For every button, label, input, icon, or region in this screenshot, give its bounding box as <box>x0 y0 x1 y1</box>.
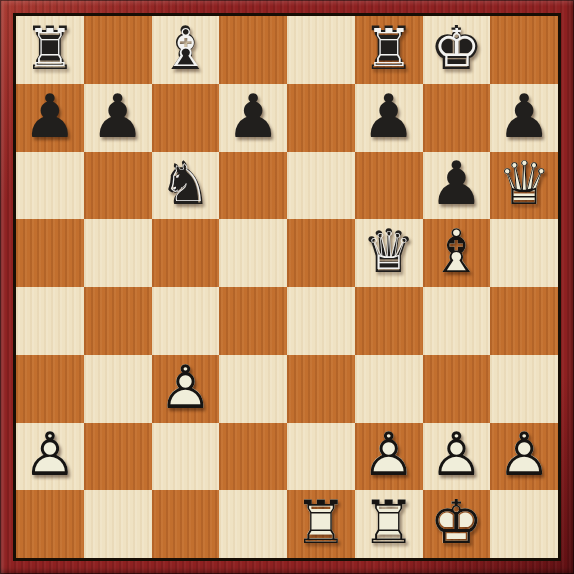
square-f5[interactable]: ♛♕ <box>355 219 423 287</box>
black-pawn-fill: ♟ <box>490 86 558 146</box>
square-h1[interactable] <box>490 490 558 558</box>
square-e4[interactable] <box>287 287 355 355</box>
square-a3[interactable] <box>16 355 84 423</box>
square-f6[interactable] <box>355 152 423 220</box>
square-f3[interactable] <box>355 355 423 423</box>
white-pawn-icon[interactable]: ♟♙ <box>423 423 491 491</box>
white-rook-outline: ♖ <box>287 492 355 552</box>
square-h4[interactable] <box>490 287 558 355</box>
black-bishop-icon[interactable]: ♝♗ <box>152 16 220 84</box>
square-a7[interactable]: ♟ <box>16 84 84 152</box>
white-queen-icon[interactable]: ♛♕ <box>490 152 558 220</box>
black-knight-icon[interactable]: ♞♘ <box>152 152 220 220</box>
chess-board: ♜♖♝♗♜♖♚♔♟♟♟♟♟♞♘♟♛♕♛♕♝♗♟♙♟♙♟♙♟♙♟♙♜♖♜♖♚♔ <box>13 13 561 561</box>
square-b7[interactable]: ♟ <box>84 84 152 152</box>
white-pawn-outline: ♙ <box>152 357 220 417</box>
black-pawn-fill: ♟ <box>84 86 152 146</box>
white-pawn-fill: ♟ <box>490 425 558 485</box>
square-a2[interactable]: ♟♙ <box>16 423 84 491</box>
black-queen-outline: ♕ <box>359 225 418 277</box>
square-d3[interactable] <box>219 355 287 423</box>
square-b6[interactable] <box>84 152 152 220</box>
white-queen-outline: ♕ <box>490 154 558 214</box>
white-pawn-icon[interactable]: ♟♙ <box>16 423 84 491</box>
white-pawn-fill: ♟ <box>152 357 220 417</box>
black-pawn-fill: ♟ <box>423 154 491 214</box>
black-rook-outline: ♖ <box>359 22 418 74</box>
square-h6[interactable]: ♛♕ <box>490 152 558 220</box>
black-pawn-icon[interactable]: ♟ <box>490 84 558 152</box>
square-g2[interactable]: ♟♙ <box>423 423 491 491</box>
square-e6[interactable] <box>287 152 355 220</box>
black-pawn-fill: ♟ <box>355 86 423 146</box>
black-bishop-fill: ♝ <box>152 18 220 78</box>
square-h8[interactable] <box>490 16 558 84</box>
square-h3[interactable] <box>490 355 558 423</box>
square-c4[interactable] <box>152 287 220 355</box>
white-pawn-fill: ♟ <box>355 425 423 485</box>
white-bishop-fill: ♝ <box>423 221 491 281</box>
black-queen-icon[interactable]: ♛♕ <box>355 219 423 287</box>
square-g1[interactable]: ♚♔ <box>423 490 491 558</box>
black-knight-outline: ♘ <box>156 157 215 209</box>
white-pawn-outline: ♙ <box>355 425 423 485</box>
square-g5[interactable]: ♝♗ <box>423 219 491 287</box>
black-pawn-icon[interactable]: ♟ <box>423 152 491 220</box>
white-rook-outline: ♖ <box>355 492 423 552</box>
black-rook-icon[interactable]: ♜♖ <box>355 16 423 84</box>
black-king-fill: ♚ <box>423 18 491 78</box>
square-e7[interactable] <box>287 84 355 152</box>
white-pawn-outline: ♙ <box>16 425 84 485</box>
white-pawn-outline: ♙ <box>423 425 491 485</box>
square-c5[interactable] <box>152 219 220 287</box>
black-rook-outline: ♖ <box>20 22 79 74</box>
white-pawn-fill: ♟ <box>423 425 491 485</box>
white-pawn-icon[interactable]: ♟♙ <box>490 423 558 491</box>
square-c7[interactable] <box>152 84 220 152</box>
square-a1[interactable] <box>16 490 84 558</box>
square-f1[interactable]: ♜♖ <box>355 490 423 558</box>
square-f4[interactable] <box>355 287 423 355</box>
square-c6[interactable]: ♞♘ <box>152 152 220 220</box>
square-d5[interactable] <box>219 219 287 287</box>
square-e1[interactable]: ♜♖ <box>287 490 355 558</box>
white-queen-fill: ♛ <box>490 154 558 214</box>
black-king-outline: ♔ <box>427 22 486 74</box>
white-rook-fill: ♜ <box>287 492 355 552</box>
white-rook-fill: ♜ <box>355 492 423 552</box>
black-pawn-icon[interactable]: ♟ <box>84 84 152 152</box>
square-b1[interactable] <box>84 490 152 558</box>
black-pawn-icon[interactable]: ♟ <box>219 84 287 152</box>
square-e5[interactable] <box>287 219 355 287</box>
square-b2[interactable] <box>84 423 152 491</box>
square-f8[interactable]: ♜♖ <box>355 16 423 84</box>
square-d8[interactable] <box>219 16 287 84</box>
white-rook-icon[interactable]: ♜♖ <box>287 490 355 558</box>
square-a6[interactable] <box>16 152 84 220</box>
square-h2[interactable]: ♟♙ <box>490 423 558 491</box>
white-bishop-icon[interactable]: ♝♗ <box>423 219 491 287</box>
square-a8[interactable]: ♜♖ <box>16 16 84 84</box>
square-d4[interactable] <box>219 287 287 355</box>
square-b4[interactable] <box>84 287 152 355</box>
square-d2[interactable] <box>219 423 287 491</box>
square-d6[interactable] <box>219 152 287 220</box>
square-b5[interactable] <box>84 219 152 287</box>
white-bishop-outline: ♗ <box>423 221 491 281</box>
square-c1[interactable] <box>152 490 220 558</box>
square-d7[interactable]: ♟ <box>219 84 287 152</box>
square-g6[interactable]: ♟ <box>423 152 491 220</box>
square-f7[interactable]: ♟ <box>355 84 423 152</box>
white-king-fill: ♚ <box>423 492 491 552</box>
white-pawn-outline: ♙ <box>490 425 558 485</box>
board-frame: ♜♖♝♗♜♖♚♔♟♟♟♟♟♞♘♟♛♕♛♕♝♗♟♙♟♙♟♙♟♙♟♙♜♖♜♖♚♔ <box>0 0 574 574</box>
black-bishop-outline: ♗ <box>156 22 215 74</box>
square-g7[interactable] <box>423 84 491 152</box>
black-pawn-icon[interactable]: ♟ <box>355 84 423 152</box>
square-b8[interactable] <box>84 16 152 84</box>
square-h5[interactable] <box>490 219 558 287</box>
white-king-outline: ♔ <box>423 492 491 552</box>
square-e3[interactable] <box>287 355 355 423</box>
black-rook-fill: ♜ <box>355 18 423 78</box>
square-e8[interactable] <box>287 16 355 84</box>
white-pawn-icon[interactable]: ♟♙ <box>152 355 220 423</box>
black-pawn-fill: ♟ <box>16 86 84 146</box>
square-f2[interactable]: ♟♙ <box>355 423 423 491</box>
black-knight-fill: ♞ <box>152 154 220 214</box>
square-g4[interactable] <box>423 287 491 355</box>
white-pawn-fill: ♟ <box>16 425 84 485</box>
black-rook-fill: ♜ <box>16 18 84 78</box>
square-a4[interactable] <box>16 287 84 355</box>
white-king-icon[interactable]: ♚♔ <box>423 490 491 558</box>
square-b3[interactable] <box>84 355 152 423</box>
square-g8[interactable]: ♚♔ <box>423 16 491 84</box>
square-g3[interactable] <box>423 355 491 423</box>
square-d1[interactable] <box>219 490 287 558</box>
black-queen-fill: ♛ <box>355 221 423 281</box>
white-rook-icon[interactable]: ♜♖ <box>355 490 423 558</box>
square-a5[interactable] <box>16 219 84 287</box>
square-c8[interactable]: ♝♗ <box>152 16 220 84</box>
square-h7[interactable]: ♟ <box>490 84 558 152</box>
white-pawn-icon[interactable]: ♟♙ <box>355 423 423 491</box>
square-e2[interactable] <box>287 423 355 491</box>
black-pawn-icon[interactable]: ♟ <box>16 84 84 152</box>
square-c2[interactable] <box>152 423 220 491</box>
black-pawn-fill: ♟ <box>219 86 287 146</box>
square-c3[interactable]: ♟♙ <box>152 355 220 423</box>
black-rook-icon[interactable]: ♜♖ <box>16 16 84 84</box>
black-king-icon[interactable]: ♚♔ <box>423 16 491 84</box>
